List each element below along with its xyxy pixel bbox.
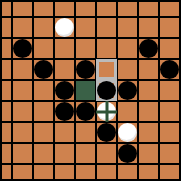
- board-cell[interactable]: [160, 18, 179, 37]
- board-cell[interactable]: [97, 123, 116, 142]
- board-cell[interactable]: [13, 165, 32, 179]
- board-cell[interactable]: [55, 18, 74, 37]
- board-cell[interactable]: [160, 81, 179, 100]
- board-cell[interactable]: [34, 60, 53, 79]
- board-cell[interactable]: [97, 165, 116, 179]
- board-cell[interactable]: [139, 18, 158, 37]
- board-cell[interactable]: [160, 165, 179, 179]
- board-cell[interactable]: [2, 18, 11, 37]
- board-cell[interactable]: [2, 102, 11, 121]
- go-board: [0, 0, 181, 181]
- board-cell[interactable]: [2, 123, 11, 142]
- board-cell[interactable]: [97, 102, 116, 121]
- board-cell[interactable]: [13, 18, 32, 37]
- board-cell[interactable]: [76, 123, 95, 142]
- black-stone: [97, 123, 116, 142]
- black-stone: [76, 102, 95, 121]
- board-cell[interactable]: [118, 18, 137, 37]
- board-cell[interactable]: [139, 81, 158, 100]
- board-cell[interactable]: [34, 81, 53, 100]
- board-cell[interactable]: [34, 39, 53, 58]
- board-cell[interactable]: [13, 2, 32, 16]
- board-cell[interactable]: [139, 60, 158, 79]
- board-cell[interactable]: [118, 2, 137, 16]
- board-cell[interactable]: [2, 39, 11, 58]
- board-cell[interactable]: [97, 18, 116, 37]
- board-cell[interactable]: [118, 60, 137, 79]
- board-cell-gray-marker[interactable]: [97, 81, 116, 100]
- board-cell[interactable]: [2, 2, 11, 16]
- black-stone: [76, 60, 95, 79]
- board-cell[interactable]: [13, 144, 32, 163]
- black-stone: [97, 81, 116, 100]
- board-cell[interactable]: [55, 144, 74, 163]
- board-cell-gray-marker[interactable]: [97, 60, 116, 79]
- board-cell[interactable]: [55, 123, 74, 142]
- board-cell[interactable]: [34, 102, 53, 121]
- board-cell[interactable]: [160, 39, 179, 58]
- board-cell[interactable]: [139, 165, 158, 179]
- board-cell[interactable]: [97, 2, 116, 16]
- board-cell[interactable]: [160, 123, 179, 142]
- board-cell[interactable]: [118, 123, 137, 142]
- board-cell[interactable]: [160, 2, 179, 16]
- board-cell[interactable]: [13, 39, 32, 58]
- board-cell[interactable]: [76, 144, 95, 163]
- board-cell[interactable]: [97, 144, 116, 163]
- board-cell[interactable]: [2, 60, 11, 79]
- white-stone: [55, 18, 74, 37]
- board-cell[interactable]: [160, 60, 179, 79]
- board-cell[interactable]: [118, 144, 137, 163]
- board-cell[interactable]: [160, 144, 179, 163]
- board-cell[interactable]: [118, 81, 137, 100]
- board-cell[interactable]: [55, 2, 74, 16]
- board-cell[interactable]: [76, 60, 95, 79]
- board-cell[interactable]: [55, 39, 74, 58]
- board-cell[interactable]: [55, 60, 74, 79]
- board-cell[interactable]: [118, 39, 137, 58]
- black-stone: [13, 39, 32, 58]
- board-cell[interactable]: [34, 18, 53, 37]
- board-cell[interactable]: [13, 81, 32, 100]
- board-cell[interactable]: [2, 165, 11, 179]
- board-cell[interactable]: [139, 102, 158, 121]
- board-cell[interactable]: [76, 165, 95, 179]
- board-cell[interactable]: [97, 39, 116, 58]
- black-stone: [118, 144, 137, 163]
- board-cell[interactable]: [34, 2, 53, 16]
- black-stone: [118, 81, 137, 100]
- board-cell[interactable]: [76, 102, 95, 121]
- board-cell[interactable]: [118, 165, 137, 179]
- board-cell[interactable]: [34, 144, 53, 163]
- board-cell[interactable]: [139, 39, 158, 58]
- board-cell[interactable]: [118, 102, 137, 121]
- board-cell[interactable]: [2, 144, 11, 163]
- board-cell[interactable]: [34, 123, 53, 142]
- board-cell[interactable]: [139, 123, 158, 142]
- black-stone: [34, 60, 53, 79]
- board-cell[interactable]: [76, 18, 95, 37]
- board-cell[interactable]: [55, 81, 74, 100]
- board-cell[interactable]: [13, 123, 32, 142]
- board-cell[interactable]: [160, 102, 179, 121]
- board-cell[interactable]: [139, 144, 158, 163]
- green-cross-marker-horizontal: [96, 110, 117, 113]
- board-cell[interactable]: [139, 2, 158, 16]
- black-stone: [55, 102, 74, 121]
- board-cell-green-highlight[interactable]: [76, 81, 95, 100]
- black-stone: [160, 60, 179, 79]
- board-cell[interactable]: [76, 2, 95, 16]
- black-stone: [139, 39, 158, 58]
- board-cell[interactable]: [34, 165, 53, 179]
- board-cell[interactable]: [13, 102, 32, 121]
- board-cell[interactable]: [76, 39, 95, 58]
- board-cell[interactable]: [55, 102, 74, 121]
- white-stone: [118, 123, 137, 142]
- black-stone: [55, 81, 74, 100]
- board-cell[interactable]: [55, 165, 74, 179]
- board-cell[interactable]: [13, 60, 32, 79]
- board-cell[interactable]: [2, 81, 11, 100]
